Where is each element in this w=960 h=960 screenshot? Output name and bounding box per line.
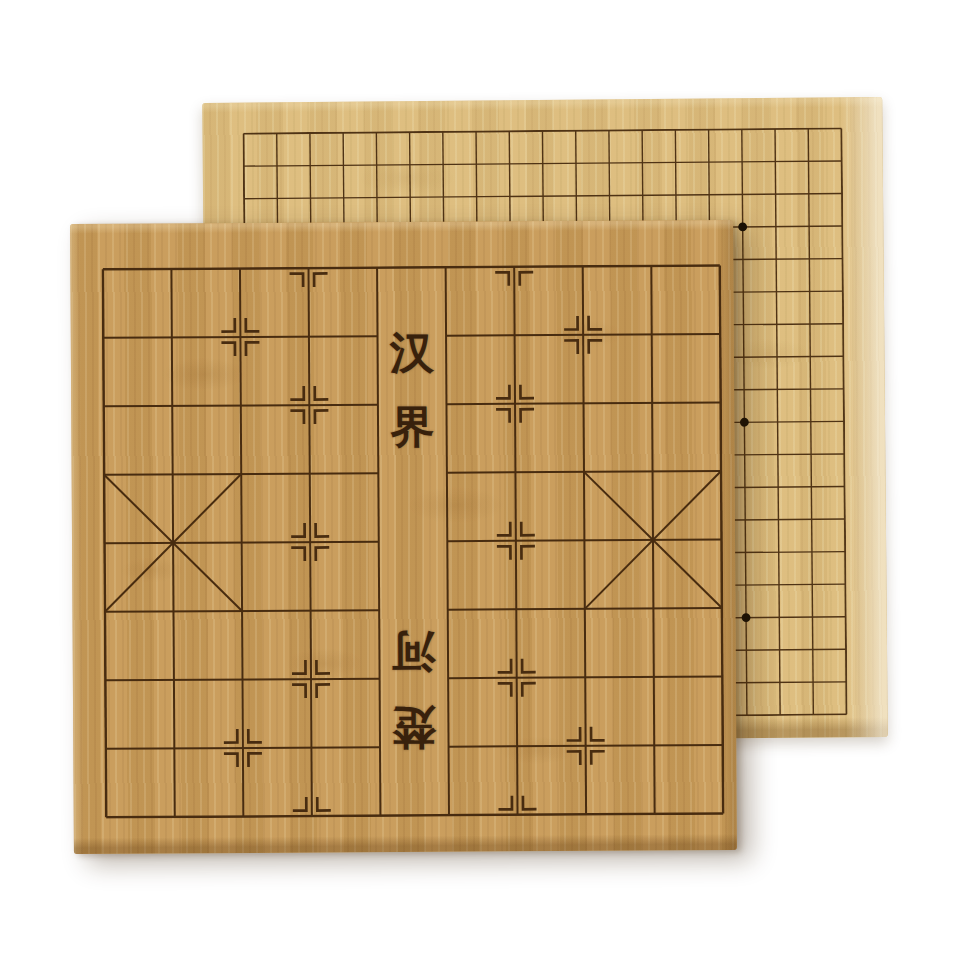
river-char-chu-rotated: 楚: [384, 706, 444, 750]
river-char-he-rotated: 河: [384, 630, 444, 674]
river-char-han: 汉: [382, 331, 442, 375]
river-char-jie: 界: [382, 405, 442, 449]
product-photo-scene: 汉 界 河 楚: [0, 0, 960, 960]
xiangqi-board: 汉 界 河 楚: [70, 220, 737, 854]
palace-diagonals: [104, 471, 722, 612]
